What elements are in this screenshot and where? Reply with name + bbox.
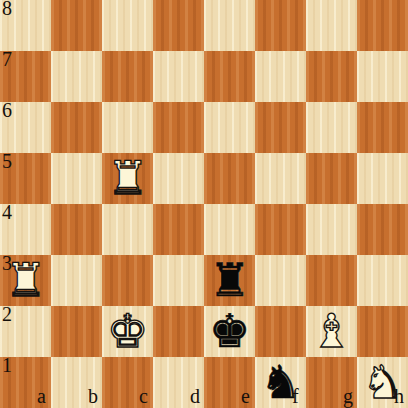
square-b5[interactable] bbox=[51, 153, 102, 204]
piece-black-rook[interactable]: ♜ bbox=[209, 255, 250, 306]
square-c6[interactable] bbox=[102, 102, 153, 153]
square-f5[interactable] bbox=[255, 153, 306, 204]
square-f8[interactable] bbox=[255, 0, 306, 51]
square-e4[interactable] bbox=[204, 204, 255, 255]
square-f2[interactable] bbox=[255, 306, 306, 357]
square-d3[interactable] bbox=[153, 255, 204, 306]
square-a6[interactable] bbox=[0, 102, 51, 153]
square-e6[interactable] bbox=[204, 102, 255, 153]
piece-white-rook[interactable]: ♜ bbox=[5, 255, 46, 306]
square-g4[interactable] bbox=[306, 204, 357, 255]
square-g8[interactable] bbox=[306, 0, 357, 51]
square-f3[interactable] bbox=[255, 255, 306, 306]
square-c4[interactable] bbox=[102, 204, 153, 255]
square-h6[interactable] bbox=[357, 102, 408, 153]
square-c3[interactable] bbox=[102, 255, 153, 306]
square-h5[interactable] bbox=[357, 153, 408, 204]
square-h2[interactable] bbox=[357, 306, 408, 357]
square-g7[interactable] bbox=[306, 51, 357, 102]
square-h4[interactable] bbox=[357, 204, 408, 255]
square-h3[interactable] bbox=[357, 255, 408, 306]
square-g5[interactable] bbox=[306, 153, 357, 204]
square-a7[interactable] bbox=[0, 51, 51, 102]
piece-white-king[interactable]: ♚ bbox=[107, 306, 148, 357]
square-b4[interactable] bbox=[51, 204, 102, 255]
square-a1[interactable] bbox=[0, 357, 51, 408]
piece-white-rook[interactable]: ♜ bbox=[107, 153, 148, 204]
square-e5[interactable] bbox=[204, 153, 255, 204]
square-a3[interactable]: ♜ bbox=[0, 255, 51, 306]
square-d1[interactable] bbox=[153, 357, 204, 408]
square-e8[interactable] bbox=[204, 0, 255, 51]
square-d8[interactable] bbox=[153, 0, 204, 51]
square-h7[interactable] bbox=[357, 51, 408, 102]
square-a5[interactable] bbox=[0, 153, 51, 204]
square-a8[interactable] bbox=[0, 0, 51, 51]
piece-white-knight[interactable]: ♞ bbox=[362, 357, 403, 408]
square-h8[interactable] bbox=[357, 0, 408, 51]
square-g2[interactable]: ♝ bbox=[306, 306, 357, 357]
square-c5[interactable]: ♜ bbox=[102, 153, 153, 204]
square-c1[interactable] bbox=[102, 357, 153, 408]
square-f1[interactable]: ♞ bbox=[255, 357, 306, 408]
square-d7[interactable] bbox=[153, 51, 204, 102]
square-b6[interactable] bbox=[51, 102, 102, 153]
piece-black-king[interactable]: ♚ bbox=[209, 306, 250, 357]
square-h1[interactable]: ♞ bbox=[357, 357, 408, 408]
square-f4[interactable] bbox=[255, 204, 306, 255]
chess-board: ♜♜♜♚♚♝♞♞ bbox=[0, 0, 408, 408]
square-d2[interactable] bbox=[153, 306, 204, 357]
square-e3[interactable]: ♜ bbox=[204, 255, 255, 306]
chess-diagram: ♜♜♜♚♚♝♞♞ 87654321abcdefgh bbox=[0, 0, 408, 408]
square-f7[interactable] bbox=[255, 51, 306, 102]
square-e2[interactable]: ♚ bbox=[204, 306, 255, 357]
piece-white-bishop[interactable]: ♝ bbox=[311, 306, 352, 357]
square-c7[interactable] bbox=[102, 51, 153, 102]
square-a4[interactable] bbox=[0, 204, 51, 255]
square-d4[interactable] bbox=[153, 204, 204, 255]
square-c2[interactable]: ♚ bbox=[102, 306, 153, 357]
square-a2[interactable] bbox=[0, 306, 51, 357]
square-b8[interactable] bbox=[51, 0, 102, 51]
square-b7[interactable] bbox=[51, 51, 102, 102]
square-d5[interactable] bbox=[153, 153, 204, 204]
square-g1[interactable] bbox=[306, 357, 357, 408]
square-f6[interactable] bbox=[255, 102, 306, 153]
square-c8[interactable] bbox=[102, 0, 153, 51]
square-g3[interactable] bbox=[306, 255, 357, 306]
square-d6[interactable] bbox=[153, 102, 204, 153]
square-e7[interactable] bbox=[204, 51, 255, 102]
square-g6[interactable] bbox=[306, 102, 357, 153]
square-b2[interactable] bbox=[51, 306, 102, 357]
piece-black-knight[interactable]: ♞ bbox=[260, 357, 301, 408]
square-b1[interactable] bbox=[51, 357, 102, 408]
square-e1[interactable] bbox=[204, 357, 255, 408]
square-b3[interactable] bbox=[51, 255, 102, 306]
